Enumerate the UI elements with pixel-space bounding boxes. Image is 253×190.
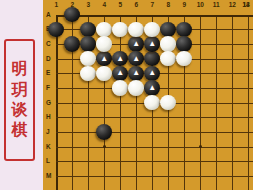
row-label: E <box>46 70 50 77</box>
channel-banner: 明玥谈棋 <box>0 0 43 190</box>
banner-char: 棋 <box>12 121 28 139</box>
white-stone-8G <box>160 95 176 111</box>
col-label: 11 <box>213 2 220 9</box>
row-label: A <box>46 11 51 18</box>
black-stone-9B <box>176 22 192 38</box>
black-stone-1B <box>48 22 64 38</box>
banner-char: 明 <box>12 60 28 78</box>
banner-title-box: 明玥谈棋 <box>4 39 35 161</box>
col-label: 9 <box>182 2 186 9</box>
col-label: 1 <box>54 2 58 9</box>
marked-black-stone-6E: ▲ <box>128 66 144 82</box>
black-stone-9C <box>176 36 192 52</box>
triangle-mark: ▲ <box>132 69 140 77</box>
grid-hline <box>56 161 253 162</box>
white-stone-4C <box>96 36 112 52</box>
col-label: 10 <box>197 2 204 9</box>
white-stone-7G <box>144 95 160 111</box>
black-stone-7D <box>144 51 160 67</box>
col-label: 8 <box>166 2 170 9</box>
row-label: C <box>46 41 51 48</box>
white-stone-3E <box>80 66 96 82</box>
star-point <box>199 145 202 148</box>
white-stone-7B <box>144 22 160 38</box>
white-stone-3D <box>80 51 96 67</box>
row-label: H <box>46 114 51 121</box>
col-label: 12 <box>229 2 236 9</box>
col-label: 14 <box>242 2 249 9</box>
white-stone-5B <box>112 22 128 38</box>
row-label: G <box>46 99 51 106</box>
triangle-mark: ▲ <box>148 40 156 48</box>
white-stone-8D <box>160 51 176 67</box>
marked-black-stone-6C: ▲ <box>128 36 144 52</box>
white-stone-4B <box>96 22 112 38</box>
white-stone-6F <box>128 80 144 96</box>
black-stone-8B <box>160 22 176 38</box>
col-label: 4 <box>102 2 106 9</box>
col-label: 5 <box>118 2 122 9</box>
row-label: M <box>46 173 51 180</box>
white-stone-4E <box>96 66 112 82</box>
triangle-mark: ▲ <box>116 54 124 62</box>
grid-hline <box>56 176 253 177</box>
triangle-mark: ▲ <box>100 54 108 62</box>
go-board[interactable]: 1234567891011121314ABCDEFGHJKLM▲▲▲▲▲▲▲▲▲ <box>43 0 253 190</box>
white-stone-9D <box>176 51 192 67</box>
marked-black-stone-5E: ▲ <box>112 66 128 82</box>
triangle-mark: ▲ <box>132 40 140 48</box>
marked-black-stone-7E: ▲ <box>144 66 160 82</box>
grid-hline <box>56 15 253 17</box>
triangle-mark: ▲ <box>148 69 156 77</box>
marked-black-stone-6D: ▲ <box>128 51 144 67</box>
white-stone-5F <box>112 80 128 96</box>
triangle-mark: ▲ <box>116 69 124 77</box>
row-label: K <box>46 143 51 150</box>
grid-hline <box>56 117 253 118</box>
banner-char: 玥 <box>12 81 28 99</box>
triangle-mark: ▲ <box>148 84 156 92</box>
col-label: 6 <box>134 2 138 9</box>
row-label: L <box>46 158 50 165</box>
banner-char: 谈 <box>12 101 28 119</box>
row-label: J <box>46 129 50 136</box>
triangle-mark: ▲ <box>132 54 140 62</box>
marked-black-stone-7F: ▲ <box>144 80 160 96</box>
screenshot-root: 明玥谈棋 1234567891011121314ABCDEFGHJKLM▲▲▲▲… <box>0 0 253 190</box>
black-stone-3B <box>80 22 96 38</box>
marked-black-stone-5D: ▲ <box>112 51 128 67</box>
white-stone-8C <box>160 36 176 52</box>
white-stone-6B <box>128 22 144 38</box>
black-stone-4J <box>96 124 112 140</box>
grid-hline <box>56 147 253 148</box>
marked-black-stone-7C: ▲ <box>144 36 160 52</box>
row-label: F <box>46 85 50 92</box>
black-stone-2A <box>64 7 80 23</box>
col-label: 7 <box>150 2 154 9</box>
black-stone-3C <box>80 36 96 52</box>
row-label: D <box>46 55 51 62</box>
col-label: 3 <box>86 2 90 9</box>
black-stone-2C <box>64 36 80 52</box>
grid-hline <box>56 132 253 133</box>
marked-black-stone-4D: ▲ <box>96 51 112 67</box>
star-point <box>103 145 106 148</box>
